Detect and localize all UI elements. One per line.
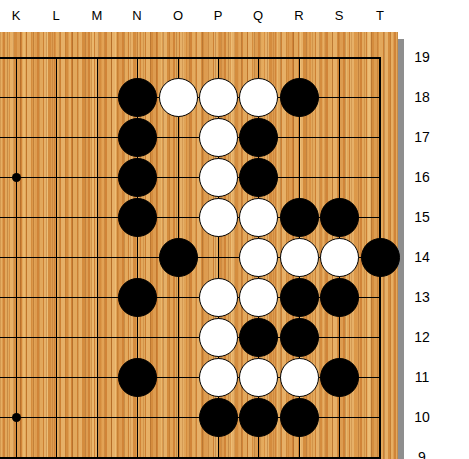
grid-vline-l xyxy=(56,57,57,459)
row-label-17: 17 xyxy=(402,128,442,146)
stone-white-p12[interactable] xyxy=(199,318,238,357)
stone-black-q10[interactable] xyxy=(239,398,278,437)
stone-black-p10[interactable] xyxy=(199,398,238,437)
stone-black-o14[interactable] xyxy=(159,238,198,277)
grid-hline-10 xyxy=(0,417,381,418)
board-layer: KLMNOPQRST191817161514131211109 xyxy=(0,0,469,459)
column-label-t: T xyxy=(369,7,391,25)
stone-white-q15[interactable] xyxy=(239,198,278,237)
column-label-n: N xyxy=(126,7,148,25)
stone-black-s11[interactable] xyxy=(320,358,359,397)
stone-white-q18[interactable] xyxy=(239,78,278,117)
stone-black-r13[interactable] xyxy=(280,278,319,317)
stone-black-q16[interactable] xyxy=(239,158,278,197)
column-label-o: O xyxy=(167,7,189,25)
row-label-14: 14 xyxy=(402,248,442,266)
stone-black-r12[interactable] xyxy=(280,318,319,357)
stone-black-s15[interactable] xyxy=(320,198,359,237)
stone-white-s14[interactable] xyxy=(320,238,359,277)
stone-white-q14[interactable] xyxy=(239,238,278,277)
star-point-k16 xyxy=(12,173,21,182)
stone-black-s13[interactable] xyxy=(320,278,359,317)
stone-black-n17[interactable] xyxy=(118,118,157,157)
stone-black-t14[interactable] xyxy=(361,238,400,277)
stone-black-q17[interactable] xyxy=(239,118,278,157)
grid-vline-k xyxy=(16,57,17,459)
stone-white-p13[interactable] xyxy=(199,278,238,317)
stone-black-n11[interactable] xyxy=(118,358,157,397)
grid-hline-19 xyxy=(0,57,381,59)
stone-black-n15[interactable] xyxy=(118,198,157,237)
grid-vline-m xyxy=(97,57,98,459)
column-label-p: P xyxy=(207,7,229,25)
grid-hline-12 xyxy=(0,337,381,338)
stone-white-q11[interactable] xyxy=(239,358,278,397)
stone-white-p11[interactable] xyxy=(199,358,238,397)
stone-white-o18[interactable] xyxy=(159,78,198,117)
stone-white-q13[interactable] xyxy=(239,278,278,317)
stone-white-r14[interactable] xyxy=(280,238,319,277)
row-label-13: 13 xyxy=(402,288,442,306)
stone-black-r15[interactable] xyxy=(280,198,319,237)
stone-white-r11[interactable] xyxy=(280,358,319,397)
column-label-q: Q xyxy=(247,7,269,25)
star-point-k10 xyxy=(12,413,21,422)
go-app-window: KLMNOPQRST191817161514131211109 xyxy=(0,0,469,459)
stone-black-r10[interactable] xyxy=(280,398,319,437)
column-label-k: K xyxy=(5,7,27,25)
stone-white-p17[interactable] xyxy=(199,118,238,157)
stone-black-n18[interactable] xyxy=(118,78,157,117)
stone-white-p16[interactable] xyxy=(199,158,238,197)
column-label-l: L xyxy=(45,7,67,25)
grid-hline-16 xyxy=(0,177,381,178)
stone-black-r18[interactable] xyxy=(280,78,319,117)
stone-white-p15[interactable] xyxy=(199,198,238,237)
column-label-s: S xyxy=(328,7,350,25)
grid-hline-17 xyxy=(0,137,381,138)
row-label-11: 11 xyxy=(402,368,442,386)
row-label-15: 15 xyxy=(402,208,442,226)
row-label-10: 10 xyxy=(402,408,442,426)
stone-black-n16[interactable] xyxy=(118,158,157,197)
stone-black-n13[interactable] xyxy=(118,278,157,317)
stone-black-q12[interactable] xyxy=(239,318,278,357)
row-label-12: 12 xyxy=(402,328,442,346)
column-label-m: M xyxy=(86,7,108,25)
row-label-18: 18 xyxy=(402,88,442,106)
row-label-16: 16 xyxy=(402,168,442,186)
column-label-r: R xyxy=(288,7,310,25)
row-label-9: 9 xyxy=(402,448,442,459)
stone-white-p18[interactable] xyxy=(199,78,238,117)
row-label-19: 19 xyxy=(402,48,442,66)
